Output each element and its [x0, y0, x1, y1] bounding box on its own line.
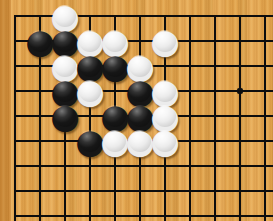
white-stone-glyph: ●	[150, 124, 180, 158]
white-stone: ●	[152, 28, 178, 54]
star-point	[237, 88, 243, 94]
grid-line-horizontal	[14, 190, 273, 192]
go-board[interactable]: ●●●●●●●●●●●●●●●●●●●●●●	[0, 0, 273, 221]
grid-line-horizontal	[14, 215, 273, 217]
board-edge-grain	[0, 0, 11, 221]
grid-line-horizontal	[14, 165, 273, 167]
white-stone: ●	[152, 128, 178, 154]
